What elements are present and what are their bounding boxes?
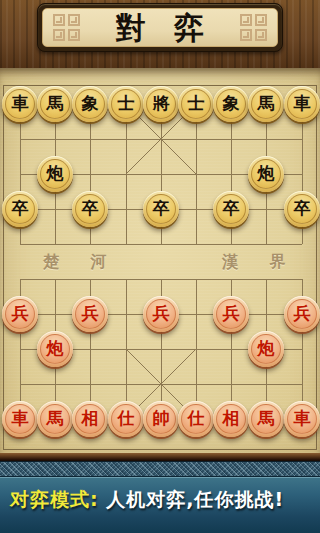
- piece-red-兵[interactable]: 兵: [2, 296, 38, 332]
- piece-red-車[interactable]: 車: [284, 401, 320, 437]
- piece-red-相[interactable]: 相: [72, 401, 108, 437]
- piece-glyph: 炮: [37, 156, 73, 192]
- piece-black-卒[interactable]: 卒: [143, 191, 179, 227]
- piece-glyph: 馬: [37, 86, 73, 122]
- status-text: 对弈模式: 人机对弈,任你挑战!: [10, 487, 284, 513]
- piece-red-兵[interactable]: 兵: [213, 296, 249, 332]
- piece-black-馬[interactable]: 馬: [248, 86, 284, 122]
- piece-black-卒[interactable]: 卒: [284, 191, 320, 227]
- piece-glyph: 仕: [178, 401, 214, 437]
- piece-glyph: 士: [108, 86, 144, 122]
- piece-glyph: 相: [72, 401, 108, 437]
- piece-red-炮[interactable]: 炮: [37, 331, 73, 367]
- meander-ornament-right-icon: [240, 14, 267, 41]
- piece-glyph: 士: [178, 86, 214, 122]
- piece-red-仕[interactable]: 仕: [178, 401, 214, 437]
- piece-glyph: 將: [143, 86, 179, 122]
- piece-glyph: 卒: [143, 191, 179, 227]
- piece-glyph: 兵: [284, 296, 320, 332]
- piece-black-象[interactable]: 象: [213, 86, 249, 122]
- piece-glyph: 炮: [37, 331, 73, 367]
- piece-black-炮[interactable]: 炮: [248, 156, 284, 192]
- piece-red-兵[interactable]: 兵: [143, 296, 179, 332]
- river-label-left: 楚 河: [43, 252, 120, 273]
- page-title: 對弈: [80, 8, 240, 48]
- board-bottom-frame: [0, 453, 320, 461]
- piece-glyph: 象: [72, 86, 108, 122]
- piece-glyph: 車: [2, 401, 38, 437]
- piece-glyph: 卒: [2, 191, 38, 227]
- xiangqi-board[interactable]: 楚 河 漢 界 車馬象士將士象馬車炮炮卒卒卒卒卒兵兵兵兵兵炮炮車馬相仕帥仕相馬車: [0, 68, 320, 453]
- piece-glyph: 車: [284, 86, 320, 122]
- piece-glyph: 車: [284, 401, 320, 437]
- piece-black-卒[interactable]: 卒: [2, 191, 38, 227]
- piece-glyph: 帥: [143, 401, 179, 437]
- piece-red-馬[interactable]: 馬: [248, 401, 284, 437]
- piece-glyph: 兵: [2, 296, 38, 332]
- piece-glyph: 馬: [37, 401, 73, 437]
- piece-black-馬[interactable]: 馬: [37, 86, 73, 122]
- title-plaque-face: 對弈: [42, 8, 278, 47]
- piece-glyph: 炮: [248, 331, 284, 367]
- piece-glyph: 兵: [213, 296, 249, 332]
- piece-glyph: 仕: [108, 401, 144, 437]
- piece-glyph: 卒: [213, 191, 249, 227]
- piece-black-象[interactable]: 象: [72, 86, 108, 122]
- xiangqi-app-screen: 對弈 楚 河 漢 界 車馬象士將士象馬車炮炮卒卒卒卒卒兵兵兵: [0, 0, 320, 533]
- piece-glyph: 象: [213, 86, 249, 122]
- river-label-right: 漢 界: [222, 252, 299, 273]
- piece-glyph: 兵: [72, 296, 108, 332]
- piece-glyph: 相: [213, 401, 249, 437]
- piece-glyph: 馬: [248, 86, 284, 122]
- piece-glyph: 車: [2, 86, 38, 122]
- piece-glyph: 馬: [248, 401, 284, 437]
- piece-black-車[interactable]: 車: [2, 86, 38, 122]
- piece-black-士[interactable]: 士: [178, 86, 214, 122]
- piece-red-兵[interactable]: 兵: [284, 296, 320, 332]
- piece-black-炮[interactable]: 炮: [37, 156, 73, 192]
- piece-glyph: 炮: [248, 156, 284, 192]
- piece-red-帥[interactable]: 帥: [143, 401, 179, 437]
- piece-red-兵[interactable]: 兵: [72, 296, 108, 332]
- piece-glyph: 兵: [143, 296, 179, 332]
- piece-red-馬[interactable]: 馬: [37, 401, 73, 437]
- title-plaque: 對弈: [37, 3, 283, 52]
- meander-ornament-left-icon: [53, 14, 80, 41]
- piece-black-將[interactable]: 將: [143, 86, 179, 122]
- piece-black-車[interactable]: 車: [284, 86, 320, 122]
- piece-glyph: 卒: [284, 191, 320, 227]
- piece-glyph: 卒: [72, 191, 108, 227]
- mode-label: 对弈模式:: [10, 488, 99, 510]
- piece-red-炮[interactable]: 炮: [248, 331, 284, 367]
- patterned-border: [0, 461, 320, 477]
- piece-red-仕[interactable]: 仕: [108, 401, 144, 437]
- wood-header: 對弈: [0, 0, 320, 72]
- piece-black-卒[interactable]: 卒: [213, 191, 249, 227]
- piece-black-士[interactable]: 士: [108, 86, 144, 122]
- status-bar: 对弈模式: 人机对弈,任你挑战!: [0, 477, 320, 533]
- piece-black-卒[interactable]: 卒: [72, 191, 108, 227]
- piece-red-車[interactable]: 車: [2, 401, 38, 437]
- mode-message: 人机对弈,任你挑战!: [106, 488, 284, 510]
- piece-red-相[interactable]: 相: [213, 401, 249, 437]
